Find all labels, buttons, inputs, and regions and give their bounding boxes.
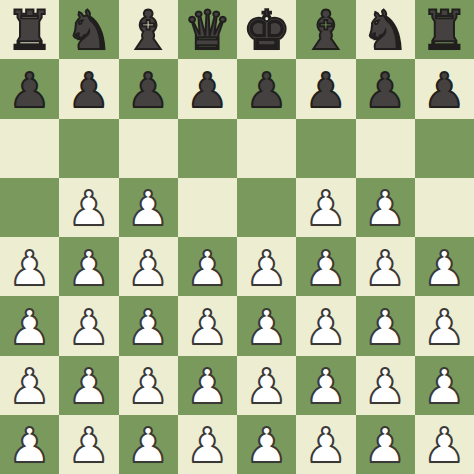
white-pawn[interactable]: ♟: [186, 244, 229, 292]
white-pawn[interactable]: ♟: [304, 421, 347, 469]
square-a3[interactable]: ♟: [0, 296, 59, 355]
square-h5[interactable]: [415, 178, 474, 237]
white-pawn[interactable]: ♟: [423, 421, 466, 469]
square-c1[interactable]: ♟: [119, 415, 178, 474]
white-pawn[interactable]: ♟: [423, 362, 466, 410]
square-e7[interactable]: ♟: [237, 59, 296, 118]
white-pawn[interactable]: ♟: [364, 184, 407, 232]
square-e8[interactable]: ♚: [237, 0, 296, 59]
black-pawn[interactable]: ♟: [245, 66, 288, 114]
square-d7[interactable]: ♟: [178, 59, 237, 118]
white-pawn[interactable]: ♟: [127, 303, 170, 351]
white-pawn[interactable]: ♟: [8, 362, 51, 410]
square-d3[interactable]: ♟: [178, 296, 237, 355]
white-pawn[interactable]: ♟: [67, 244, 110, 292]
square-e3[interactable]: ♟: [237, 296, 296, 355]
square-a5[interactable]: [0, 178, 59, 237]
square-e5[interactable]: [237, 178, 296, 237]
square-h3[interactable]: ♟: [415, 296, 474, 355]
square-a1[interactable]: ♟: [0, 415, 59, 474]
square-b2[interactable]: ♟: [59, 356, 118, 415]
square-f5[interactable]: ♟: [296, 178, 355, 237]
square-c2[interactable]: ♟: [119, 356, 178, 415]
white-pawn[interactable]: ♟: [8, 244, 51, 292]
square-e4[interactable]: ♟: [237, 237, 296, 296]
white-pawn[interactable]: ♟: [67, 184, 110, 232]
square-f1[interactable]: ♟: [296, 415, 355, 474]
white-pawn[interactable]: ♟: [186, 362, 229, 410]
square-c8[interactable]: ♝: [119, 0, 178, 59]
black-queen[interactable]: ♛: [183, 4, 231, 58]
white-pawn[interactable]: ♟: [8, 421, 51, 469]
black-pawn[interactable]: ♟: [423, 66, 466, 114]
black-pawn[interactable]: ♟: [67, 66, 110, 114]
white-pawn[interactable]: ♟: [67, 362, 110, 410]
square-h4[interactable]: ♟: [415, 237, 474, 296]
square-a2[interactable]: ♟: [0, 356, 59, 415]
black-knight[interactable]: ♞: [361, 4, 409, 58]
square-g3[interactable]: ♟: [356, 296, 415, 355]
square-c5[interactable]: ♟: [119, 178, 178, 237]
white-pawn[interactable]: ♟: [364, 244, 407, 292]
black-pawn[interactable]: ♟: [127, 66, 170, 114]
square-c7[interactable]: ♟: [119, 59, 178, 118]
square-b1[interactable]: ♟: [59, 415, 118, 474]
square-e1[interactable]: ♟: [237, 415, 296, 474]
square-h7[interactable]: ♟: [415, 59, 474, 118]
square-d6[interactable]: [178, 119, 237, 178]
white-pawn[interactable]: ♟: [127, 184, 170, 232]
white-pawn[interactable]: ♟: [364, 303, 407, 351]
black-pawn[interactable]: ♟: [186, 66, 229, 114]
square-b5[interactable]: ♟: [59, 178, 118, 237]
chess-board: ♜♞♝♛♚♝♞♜♟♟♟♟♟♟♟♟♟♟♟♟♟♟♟♟♟♟♟♟♟♟♟♟♟♟♟♟♟♟♟♟…: [0, 0, 474, 474]
white-pawn[interactable]: ♟: [245, 362, 288, 410]
square-f7[interactable]: ♟: [296, 59, 355, 118]
white-pawn[interactable]: ♟: [364, 362, 407, 410]
white-pawn[interactable]: ♟: [67, 421, 110, 469]
square-f4[interactable]: ♟: [296, 237, 355, 296]
white-pawn[interactable]: ♟: [245, 421, 288, 469]
white-pawn[interactable]: ♟: [364, 421, 407, 469]
square-d8[interactable]: ♛: [178, 0, 237, 59]
square-a8[interactable]: ♜: [0, 0, 59, 59]
white-pawn[interactable]: ♟: [423, 244, 466, 292]
square-c6[interactable]: [119, 119, 178, 178]
white-pawn[interactable]: ♟: [304, 244, 347, 292]
square-g1[interactable]: ♟: [356, 415, 415, 474]
square-f6[interactable]: [296, 119, 355, 178]
square-h1[interactable]: ♟: [415, 415, 474, 474]
square-d1[interactable]: ♟: [178, 415, 237, 474]
white-pawn[interactable]: ♟: [245, 303, 288, 351]
white-pawn[interactable]: ♟: [304, 184, 347, 232]
square-c4[interactable]: ♟: [119, 237, 178, 296]
square-g2[interactable]: ♟: [356, 356, 415, 415]
square-h2[interactable]: ♟: [415, 356, 474, 415]
black-pawn[interactable]: ♟: [8, 66, 51, 114]
black-rook[interactable]: ♜: [420, 4, 468, 58]
square-d4[interactable]: ♟: [178, 237, 237, 296]
black-king[interactable]: ♚: [242, 4, 290, 58]
square-g4[interactable]: ♟: [356, 237, 415, 296]
black-bishop[interactable]: ♝: [302, 4, 350, 58]
white-pawn[interactable]: ♟: [304, 303, 347, 351]
square-a7[interactable]: ♟: [0, 59, 59, 118]
square-a6[interactable]: [0, 119, 59, 178]
square-c3[interactable]: ♟: [119, 296, 178, 355]
white-pawn[interactable]: ♟: [245, 244, 288, 292]
square-b7[interactable]: ♟: [59, 59, 118, 118]
white-pawn[interactable]: ♟: [186, 303, 229, 351]
white-pawn[interactable]: ♟: [127, 244, 170, 292]
black-knight[interactable]: ♞: [65, 4, 113, 58]
square-b6[interactable]: [59, 119, 118, 178]
square-e2[interactable]: ♟: [237, 356, 296, 415]
square-b3[interactable]: ♟: [59, 296, 118, 355]
black-pawn[interactable]: ♟: [304, 66, 347, 114]
square-h8[interactable]: ♜: [415, 0, 474, 59]
white-pawn[interactable]: ♟: [423, 303, 466, 351]
square-b8[interactable]: ♞: [59, 0, 118, 59]
white-pawn[interactable]: ♟: [67, 303, 110, 351]
white-pawn[interactable]: ♟: [127, 421, 170, 469]
square-h6[interactable]: [415, 119, 474, 178]
white-pawn[interactable]: ♟: [304, 362, 347, 410]
square-f2[interactable]: ♟: [296, 356, 355, 415]
white-pawn[interactable]: ♟: [8, 303, 51, 351]
square-a4[interactable]: ♟: [0, 237, 59, 296]
square-e6[interactable]: [237, 119, 296, 178]
white-pawn[interactable]: ♟: [186, 421, 229, 469]
white-pawn[interactable]: ♟: [127, 362, 170, 410]
black-rook[interactable]: ♜: [5, 4, 53, 58]
square-d2[interactable]: ♟: [178, 356, 237, 415]
square-d5[interactable]: [178, 178, 237, 237]
square-g5[interactable]: ♟: [356, 178, 415, 237]
square-g6[interactable]: [356, 119, 415, 178]
black-bishop[interactable]: ♝: [124, 4, 172, 58]
square-g8[interactable]: ♞: [356, 0, 415, 59]
square-g7[interactable]: ♟: [356, 59, 415, 118]
square-b4[interactable]: ♟: [59, 237, 118, 296]
square-f3[interactable]: ♟: [296, 296, 355, 355]
black-pawn[interactable]: ♟: [364, 66, 407, 114]
square-f8[interactable]: ♝: [296, 0, 355, 59]
